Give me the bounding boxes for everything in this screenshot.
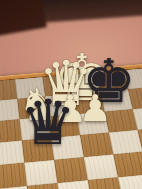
square-near-edge-r7c5 xyxy=(0,99,19,122)
square-near-edge-r7c2 xyxy=(73,92,105,115)
square-near-edge-r6c3 xyxy=(48,114,80,138)
square-b1 xyxy=(109,130,142,154)
square-near-edge-r8c4 xyxy=(15,77,45,99)
square-b2 xyxy=(113,152,142,178)
square-near-edge-r6c4 xyxy=(19,117,51,141)
square-f2 xyxy=(0,163,27,189)
chess-board xyxy=(0,68,142,189)
square-f1 xyxy=(0,140,24,165)
square-near-edge-r8c2 xyxy=(70,72,101,94)
square-near-edge-r6c2 xyxy=(76,112,108,136)
square-b3 xyxy=(118,174,142,189)
board-frame xyxy=(0,63,142,189)
square-c2 xyxy=(84,154,118,180)
square-near-edge-r7c3 xyxy=(45,94,76,117)
square-e1 xyxy=(22,138,54,163)
square-d3 xyxy=(57,180,92,189)
square-e2 xyxy=(24,160,57,186)
square-near-edge-r8c0 xyxy=(124,68,142,89)
square-near-edge-r8c3 xyxy=(42,75,73,97)
square-near-edge-r7c4 xyxy=(17,96,48,119)
square-c1 xyxy=(80,132,113,157)
square-near-edge-r6c5 xyxy=(0,119,22,143)
chessboard-photo-scene: ♚♚♛♞♟♟♛ xyxy=(0,0,142,189)
square-d1 xyxy=(51,135,84,160)
square-d2 xyxy=(54,157,88,183)
